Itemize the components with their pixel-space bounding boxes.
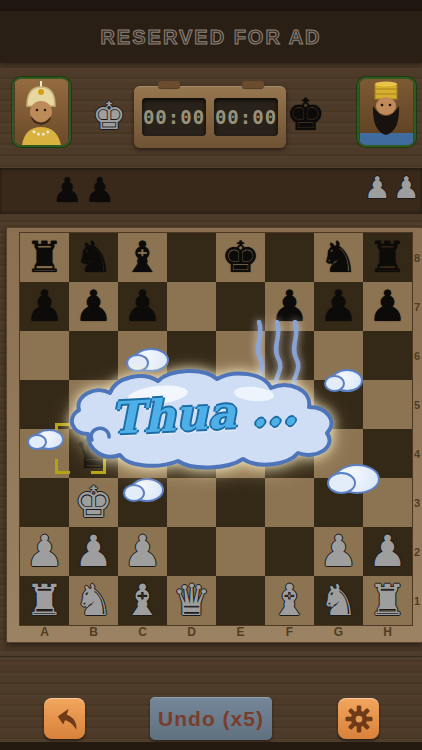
square-f1[interactable]: ♝ (265, 576, 314, 625)
rank-label-5: 5 (412, 380, 422, 429)
back-arrow-icon (50, 704, 80, 734)
piece-white-pawn[interactable]: ♟ (74, 527, 113, 576)
captured-by-white-tray: ♟♟ (52, 173, 115, 207)
black-king-icon: ♚ (286, 93, 325, 137)
white-king-icon: ♚ (92, 97, 126, 135)
file-label-H: H (363, 625, 412, 641)
piece-white-pawn[interactable]: ♟ (123, 527, 162, 576)
square-g2[interactable]: ♟ (314, 527, 363, 576)
piece-black-pawn[interactable]: ♟ (319, 282, 358, 331)
gear-icon (344, 704, 374, 734)
piece-white-king[interactable]: ♚ (74, 478, 113, 527)
square-h8[interactable]: ♜ (363, 233, 412, 282)
clock-button-right (242, 81, 264, 88)
piece-black-pawn[interactable]: ♟ (123, 282, 162, 331)
square-f3[interactable] (265, 478, 314, 527)
game-over-cloud: Thua ... (58, 368, 350, 472)
square-e1[interactable] (216, 576, 265, 625)
square-e2[interactable] (216, 527, 265, 576)
piece-white-bishop[interactable]: ♝ (123, 576, 162, 625)
captured-black-pawn: ♟ (52, 173, 82, 207)
piece-white-bishop[interactable]: ♝ (270, 576, 309, 625)
file-label-E: E (216, 625, 265, 641)
square-e8[interactable]: ♚ (216, 233, 265, 282)
square-a3[interactable] (20, 478, 69, 527)
ad-banner: RESERVED FOR AD (0, 11, 422, 63)
square-f8[interactable] (265, 233, 314, 282)
file-labels: ABCDEFGH (20, 625, 412, 641)
clock-button-left (158, 81, 180, 88)
captured-pieces-band: ♟♟ ♟♟ (0, 168, 422, 214)
back-button[interactable] (44, 698, 85, 739)
square-d3[interactable] (167, 478, 216, 527)
white-clock-time: 00:00 (143, 106, 205, 128)
piece-white-pawn[interactable]: ♟ (368, 527, 407, 576)
file-label-D: D (167, 625, 216, 641)
piece-black-rook[interactable]: ♜ (25, 233, 64, 282)
white-player-avatar (12, 77, 71, 147)
square-b7[interactable]: ♟ (69, 282, 118, 331)
captured-black-pawn: ♟ (84, 173, 114, 207)
file-label-C: C (118, 625, 167, 641)
square-h6[interactable] (363, 331, 412, 380)
square-c2[interactable]: ♟ (118, 527, 167, 576)
square-a1[interactable]: ♜ (20, 576, 69, 625)
captured-white-pawn: ♟ (393, 173, 420, 203)
piece-white-pawn[interactable]: ♟ (319, 527, 358, 576)
square-f2[interactable] (265, 527, 314, 576)
wood-seam (0, 656, 422, 659)
black-player-avatar (357, 77, 416, 147)
white-clock-screen: 00:00 (142, 98, 206, 136)
status-strip (0, 0, 422, 11)
cloud-decoration (130, 478, 164, 502)
settings-button[interactable] (338, 698, 379, 739)
black-clock-time: 00:00 (215, 106, 277, 128)
chess-clock: 00:00 00:00 (134, 86, 286, 148)
square-b1[interactable]: ♞ (69, 576, 118, 625)
rank-label-6: 6 (412, 331, 422, 380)
square-c7[interactable]: ♟ (118, 282, 167, 331)
piece-white-rook[interactable]: ♜ (368, 576, 407, 625)
square-h1[interactable]: ♜ (363, 576, 412, 625)
file-label-A: A (20, 625, 69, 641)
ad-banner-text: RESERVED FOR AD (100, 26, 321, 49)
black-clock-screen: 00:00 (214, 98, 278, 136)
maharaja-king-avatar (14, 79, 69, 145)
square-d7[interactable] (167, 282, 216, 331)
bottom-strip (0, 742, 422, 750)
rank-label-3: 3 (412, 478, 422, 527)
piece-black-pawn[interactable]: ♟ (368, 282, 407, 331)
square-b3[interactable]: ♚ (69, 478, 118, 527)
square-h7[interactable]: ♟ (363, 282, 412, 331)
square-c1[interactable]: ♝ (118, 576, 167, 625)
piece-black-king[interactable]: ♚ (221, 233, 260, 282)
piece-white-rook[interactable]: ♜ (25, 576, 64, 625)
piece-black-knight[interactable]: ♞ (319, 233, 358, 282)
captured-white-pawn: ♟ (364, 173, 391, 203)
undo-button[interactable]: Undo (x5) (150, 697, 272, 740)
rank-label-2: 2 (412, 527, 422, 576)
file-label-G: G (314, 625, 363, 641)
square-b2[interactable]: ♟ (69, 527, 118, 576)
captured-by-black-tray: ♟♟ (364, 173, 420, 203)
square-b8[interactable]: ♞ (69, 233, 118, 282)
undo-button-label: Undo (x5) (158, 707, 264, 731)
piece-black-knight[interactable]: ♞ (74, 233, 113, 282)
square-e3[interactable] (216, 478, 265, 527)
piece-white-queen[interactable]: ♛ (172, 576, 211, 625)
square-g8[interactable]: ♞ (314, 233, 363, 282)
piece-white-knight[interactable]: ♞ (319, 576, 358, 625)
square-h2[interactable]: ♟ (363, 527, 412, 576)
rank-label-8: 8 (412, 233, 422, 282)
square-c8[interactable]: ♝ (118, 233, 167, 282)
rank-label-4: 4 (412, 429, 422, 478)
rank-label-7: 7 (412, 282, 422, 331)
piece-white-pawn[interactable]: ♟ (25, 527, 64, 576)
piece-white-knight[interactable]: ♞ (74, 576, 113, 625)
square-d1[interactable]: ♛ (167, 576, 216, 625)
rank-label-1: 1 (412, 576, 422, 625)
piece-black-pawn[interactable]: ♟ (74, 282, 113, 331)
rank-labels: 87654321 (412, 233, 422, 625)
piece-black-pawn[interactable]: ♟ (25, 282, 64, 331)
square-d2[interactable] (167, 527, 216, 576)
square-a2[interactable]: ♟ (20, 527, 69, 576)
square-g1[interactable]: ♞ (314, 576, 363, 625)
file-label-F: F (265, 625, 314, 641)
piece-black-rook[interactable]: ♜ (368, 233, 407, 282)
file-label-B: B (69, 625, 118, 641)
square-a8[interactable]: ♜ (20, 233, 69, 282)
square-a7[interactable]: ♟ (20, 282, 69, 331)
piece-black-bishop[interactable]: ♝ (123, 233, 162, 282)
bearded-sultan-avatar (359, 79, 414, 145)
square-d8[interactable] (167, 233, 216, 282)
square-h5[interactable] (363, 380, 412, 429)
